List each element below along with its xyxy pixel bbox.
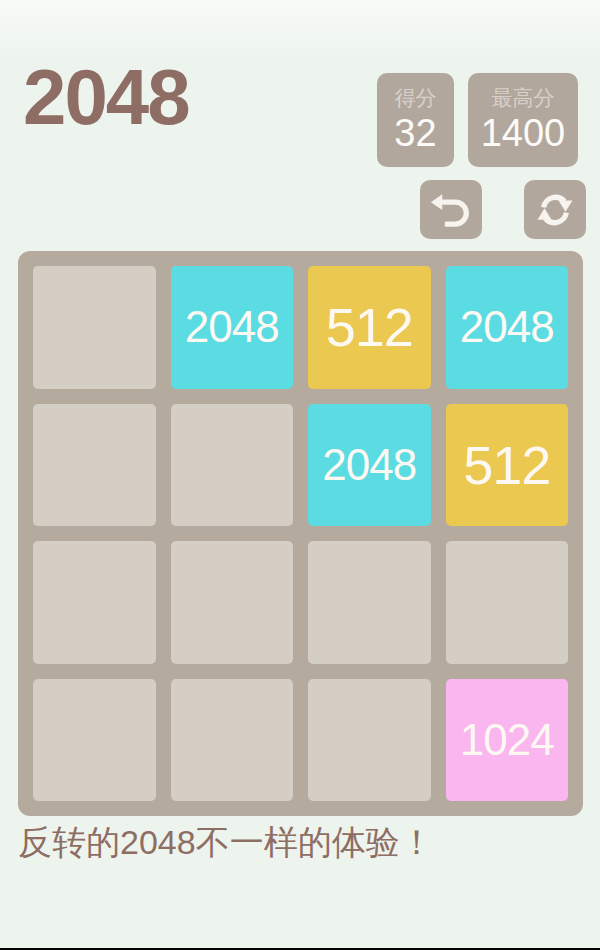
page-title: 2048 [23, 58, 189, 136]
tile-2048-r1c2: 2048 [308, 404, 431, 527]
score-label: 得分 [395, 86, 437, 109]
cell-empty-r0c0 [33, 266, 156, 389]
refresh-button[interactable] [524, 180, 586, 239]
score-value: 32 [394, 113, 436, 155]
tile-512-r1c3: 512 [446, 404, 569, 527]
undo-button[interactable] [420, 180, 482, 239]
tile-512-r0c2: 512 [308, 266, 431, 389]
best-score-label: 最高分 [492, 86, 555, 109]
refresh-sync-icon [533, 189, 577, 231]
game-board[interactable]: 2048512204820485121024 [18, 251, 583, 816]
best-score-value: 1400 [481, 113, 566, 155]
cell-empty-r2c1 [171, 541, 294, 664]
tile-2048-r0c3: 2048 [446, 266, 569, 389]
cell-empty-r2c3 [446, 541, 569, 664]
board-grid: 2048512204820485121024 [33, 266, 568, 801]
cell-empty-r1c1 [171, 404, 294, 527]
cell-empty-r2c0 [33, 541, 156, 664]
tile-2048-r0c1: 2048 [171, 266, 294, 389]
best-score-box: 最高分 1400 [468, 73, 578, 167]
cell-empty-r3c2 [308, 679, 431, 802]
cell-empty-r3c1 [171, 679, 294, 802]
cell-empty-r1c0 [33, 404, 156, 527]
cell-empty-r2c2 [308, 541, 431, 664]
score-box: 得分 32 [377, 73, 454, 167]
undo-arrow-icon [429, 189, 473, 231]
cell-empty-r3c0 [33, 679, 156, 802]
tile-1024-r3c3: 1024 [446, 679, 569, 802]
tagline-text: 反转的2048不一样的体验！ [18, 822, 434, 863]
